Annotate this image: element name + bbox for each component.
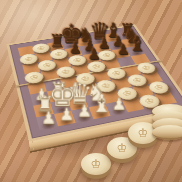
cream-pawn-piece: ♟ [112, 96, 127, 113]
disc-crown-engraving: ♔ [91, 63, 102, 70]
disc-crown-engraving: ♔ [29, 74, 40, 82]
disc-crown-engraving: ♔ [60, 68, 71, 75]
stacked-checker-disc [152, 125, 182, 140]
disc-crown-engraving: ♔ [91, 158, 102, 170]
cream-bishop-piece: ♝ [91, 92, 113, 117]
disc-crown-engraving: ♔ [36, 45, 46, 51]
cream-pawn-piece: ♟ [59, 106, 74, 123]
disc-crown-engraving: ♔ [42, 62, 53, 69]
disc-crown-engraving: ♔ [117, 142, 128, 154]
disc-crown-engraving: ♔ [54, 51, 64, 58]
walnut-pawn-piece: ♟ [117, 43, 130, 57]
walnut-bishop-piece: ♝ [128, 34, 147, 55]
walnut-pawn-piece: ♟ [87, 47, 100, 62]
board-square: ♔ [136, 62, 157, 74]
cream-pawn-piece: ♟ [77, 103, 92, 120]
scene: ♔♜♚♞♛♝♜♔♔♟♟♟♟♞♔♔♟♔♟♝♔♔♔♔♔♔♟♜♟♔♔♜♚♛♞♔♔♟♟♟… [0, 0, 182, 182]
disc-crown-engraving: ♔ [143, 97, 156, 106]
board-square: ♔ [68, 55, 87, 66]
disc-crown-engraving: ♔ [72, 57, 83, 64]
checker-disc: ♔ [125, 73, 149, 87]
disc-crown-engraving: ♔ [24, 56, 34, 63]
checker-disc-on-floor: ♔ [81, 153, 111, 175]
walnut-rook-piece: ♜ [49, 32, 65, 50]
disc-crown-engraving: ♔ [138, 127, 149, 139]
disc-crown-engraving: ♔ [131, 76, 143, 84]
disc-crown-engraving: ♔ [101, 52, 112, 59]
walnut-pawn-piece: ♟ [69, 42, 82, 56]
disc-crown-engraving: ♔ [111, 70, 123, 77]
clasp [21, 97, 23, 109]
disc-crown-engraving: ♔ [140, 64, 152, 71]
board-square: ♔ [25, 72, 44, 85]
disc-crown-engraving: ♔ [152, 83, 165, 91]
cream-pawn-piece: ♟ [41, 110, 57, 127]
